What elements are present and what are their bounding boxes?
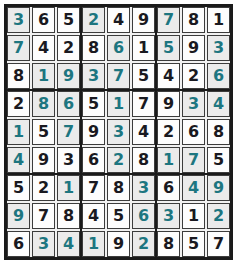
cell-r2c2[interactable]: 4: [32, 35, 55, 61]
cell-r9c1[interactable]: 6: [7, 231, 30, 257]
cell-r2c7[interactable]: 5: [157, 35, 180, 61]
sudoku-box-4: 286157493: [7, 91, 80, 173]
cell-r1c9[interactable]: 1: [207, 7, 230, 33]
cell-r6c8[interactable]: 7: [182, 147, 205, 173]
cell-r8c9[interactable]: 2: [207, 203, 230, 229]
cell-r8c7[interactable]: 3: [157, 203, 180, 229]
cell-r5c7[interactable]: 2: [157, 119, 180, 145]
cell-r6c1[interactable]: 4: [7, 147, 30, 173]
sudoku-box-9: 649312857: [157, 175, 230, 257]
cell-r8c5[interactable]: 5: [107, 203, 130, 229]
cell-r9c4[interactable]: 1: [82, 231, 105, 257]
cell-r3c4[interactable]: 3: [82, 63, 105, 89]
cell-r8c6[interactable]: 6: [132, 203, 155, 229]
cell-r7c2[interactable]: 2: [32, 175, 55, 201]
cell-r2c1[interactable]: 7: [7, 35, 30, 61]
cell-r9c6[interactable]: 2: [132, 231, 155, 257]
cell-r1c2[interactable]: 6: [32, 7, 55, 33]
sudoku-box-5: 517934628: [82, 91, 155, 173]
cell-r8c8[interactable]: 1: [182, 203, 205, 229]
cell-r2c5[interactable]: 6: [107, 35, 130, 61]
cell-r6c2[interactable]: 9: [32, 147, 55, 173]
cell-r4c4[interactable]: 5: [82, 91, 105, 117]
sudoku-box-6: 934268175: [157, 91, 230, 173]
cell-r1c3[interactable]: 5: [57, 7, 80, 33]
cell-r1c1[interactable]: 3: [7, 7, 30, 33]
cell-r6c4[interactable]: 6: [82, 147, 105, 173]
cell-r7c9[interactable]: 9: [207, 175, 230, 201]
sudoku-board: 3657428192498613757815934262861574935179…: [4, 4, 233, 260]
cell-r3c1[interactable]: 8: [7, 63, 30, 89]
cell-r6c5[interactable]: 2: [107, 147, 130, 173]
cell-r3c3[interactable]: 9: [57, 63, 80, 89]
cell-r4c3[interactable]: 6: [57, 91, 80, 117]
cell-r5c5[interactable]: 3: [107, 119, 130, 145]
cell-r4c2[interactable]: 8: [32, 91, 55, 117]
cell-r4c6[interactable]: 7: [132, 91, 155, 117]
cell-r7c3[interactable]: 1: [57, 175, 80, 201]
sudoku-box-8: 783456192: [82, 175, 155, 257]
cell-r4c1[interactable]: 2: [7, 91, 30, 117]
cell-r2c3[interactable]: 2: [57, 35, 80, 61]
cell-r9c9[interactable]: 7: [207, 231, 230, 257]
cell-r5c6[interactable]: 4: [132, 119, 155, 145]
cell-r8c3[interactable]: 8: [57, 203, 80, 229]
cell-r1c4[interactable]: 2: [82, 7, 105, 33]
cell-r1c5[interactable]: 4: [107, 7, 130, 33]
cell-r2c4[interactable]: 8: [82, 35, 105, 61]
cell-r4c8[interactable]: 3: [182, 91, 205, 117]
cell-r3c9[interactable]: 6: [207, 63, 230, 89]
cell-r7c5[interactable]: 8: [107, 175, 130, 201]
cell-r8c1[interactable]: 9: [7, 203, 30, 229]
cell-r7c7[interactable]: 6: [157, 175, 180, 201]
cell-r5c8[interactable]: 6: [182, 119, 205, 145]
cell-r4c7[interactable]: 9: [157, 91, 180, 117]
sudoku-box-1: 365742819: [7, 7, 80, 89]
cell-r1c7[interactable]: 7: [157, 7, 180, 33]
cell-r7c1[interactable]: 5: [7, 175, 30, 201]
cell-r5c9[interactable]: 8: [207, 119, 230, 145]
cell-r2c6[interactable]: 1: [132, 35, 155, 61]
cell-r5c2[interactable]: 5: [32, 119, 55, 145]
cell-r1c6[interactable]: 9: [132, 7, 155, 33]
cell-r8c2[interactable]: 7: [32, 203, 55, 229]
cell-r9c3[interactable]: 4: [57, 231, 80, 257]
cell-r9c7[interactable]: 8: [157, 231, 180, 257]
cell-r1c8[interactable]: 8: [182, 7, 205, 33]
cell-r6c9[interactable]: 5: [207, 147, 230, 173]
cell-r3c7[interactable]: 4: [157, 63, 180, 89]
cell-r7c4[interactable]: 7: [82, 175, 105, 201]
cell-r4c9[interactable]: 4: [207, 91, 230, 117]
cell-r7c8[interactable]: 4: [182, 175, 205, 201]
sudoku-box-3: 781593426: [157, 7, 230, 89]
cell-r2c8[interactable]: 9: [182, 35, 205, 61]
cell-r3c6[interactable]: 5: [132, 63, 155, 89]
cell-r5c3[interactable]: 7: [57, 119, 80, 145]
cell-r5c4[interactable]: 9: [82, 119, 105, 145]
sudoku-box-2: 249861375: [82, 7, 155, 89]
cell-r5c1[interactable]: 1: [7, 119, 30, 145]
cell-r9c8[interactable]: 5: [182, 231, 205, 257]
cell-r6c7[interactable]: 1: [157, 147, 180, 173]
cell-r9c5[interactable]: 9: [107, 231, 130, 257]
cell-r7c6[interactable]: 3: [132, 175, 155, 201]
cell-r6c6[interactable]: 8: [132, 147, 155, 173]
cell-r3c2[interactable]: 1: [32, 63, 55, 89]
cell-r3c5[interactable]: 7: [107, 63, 130, 89]
cell-r4c5[interactable]: 1: [107, 91, 130, 117]
cell-r9c2[interactable]: 3: [32, 231, 55, 257]
cell-r2c9[interactable]: 3: [207, 35, 230, 61]
cell-r8c4[interactable]: 4: [82, 203, 105, 229]
cell-r6c3[interactable]: 3: [57, 147, 80, 173]
sudoku-box-7: 521978634: [7, 175, 80, 257]
cell-r3c8[interactable]: 2: [182, 63, 205, 89]
